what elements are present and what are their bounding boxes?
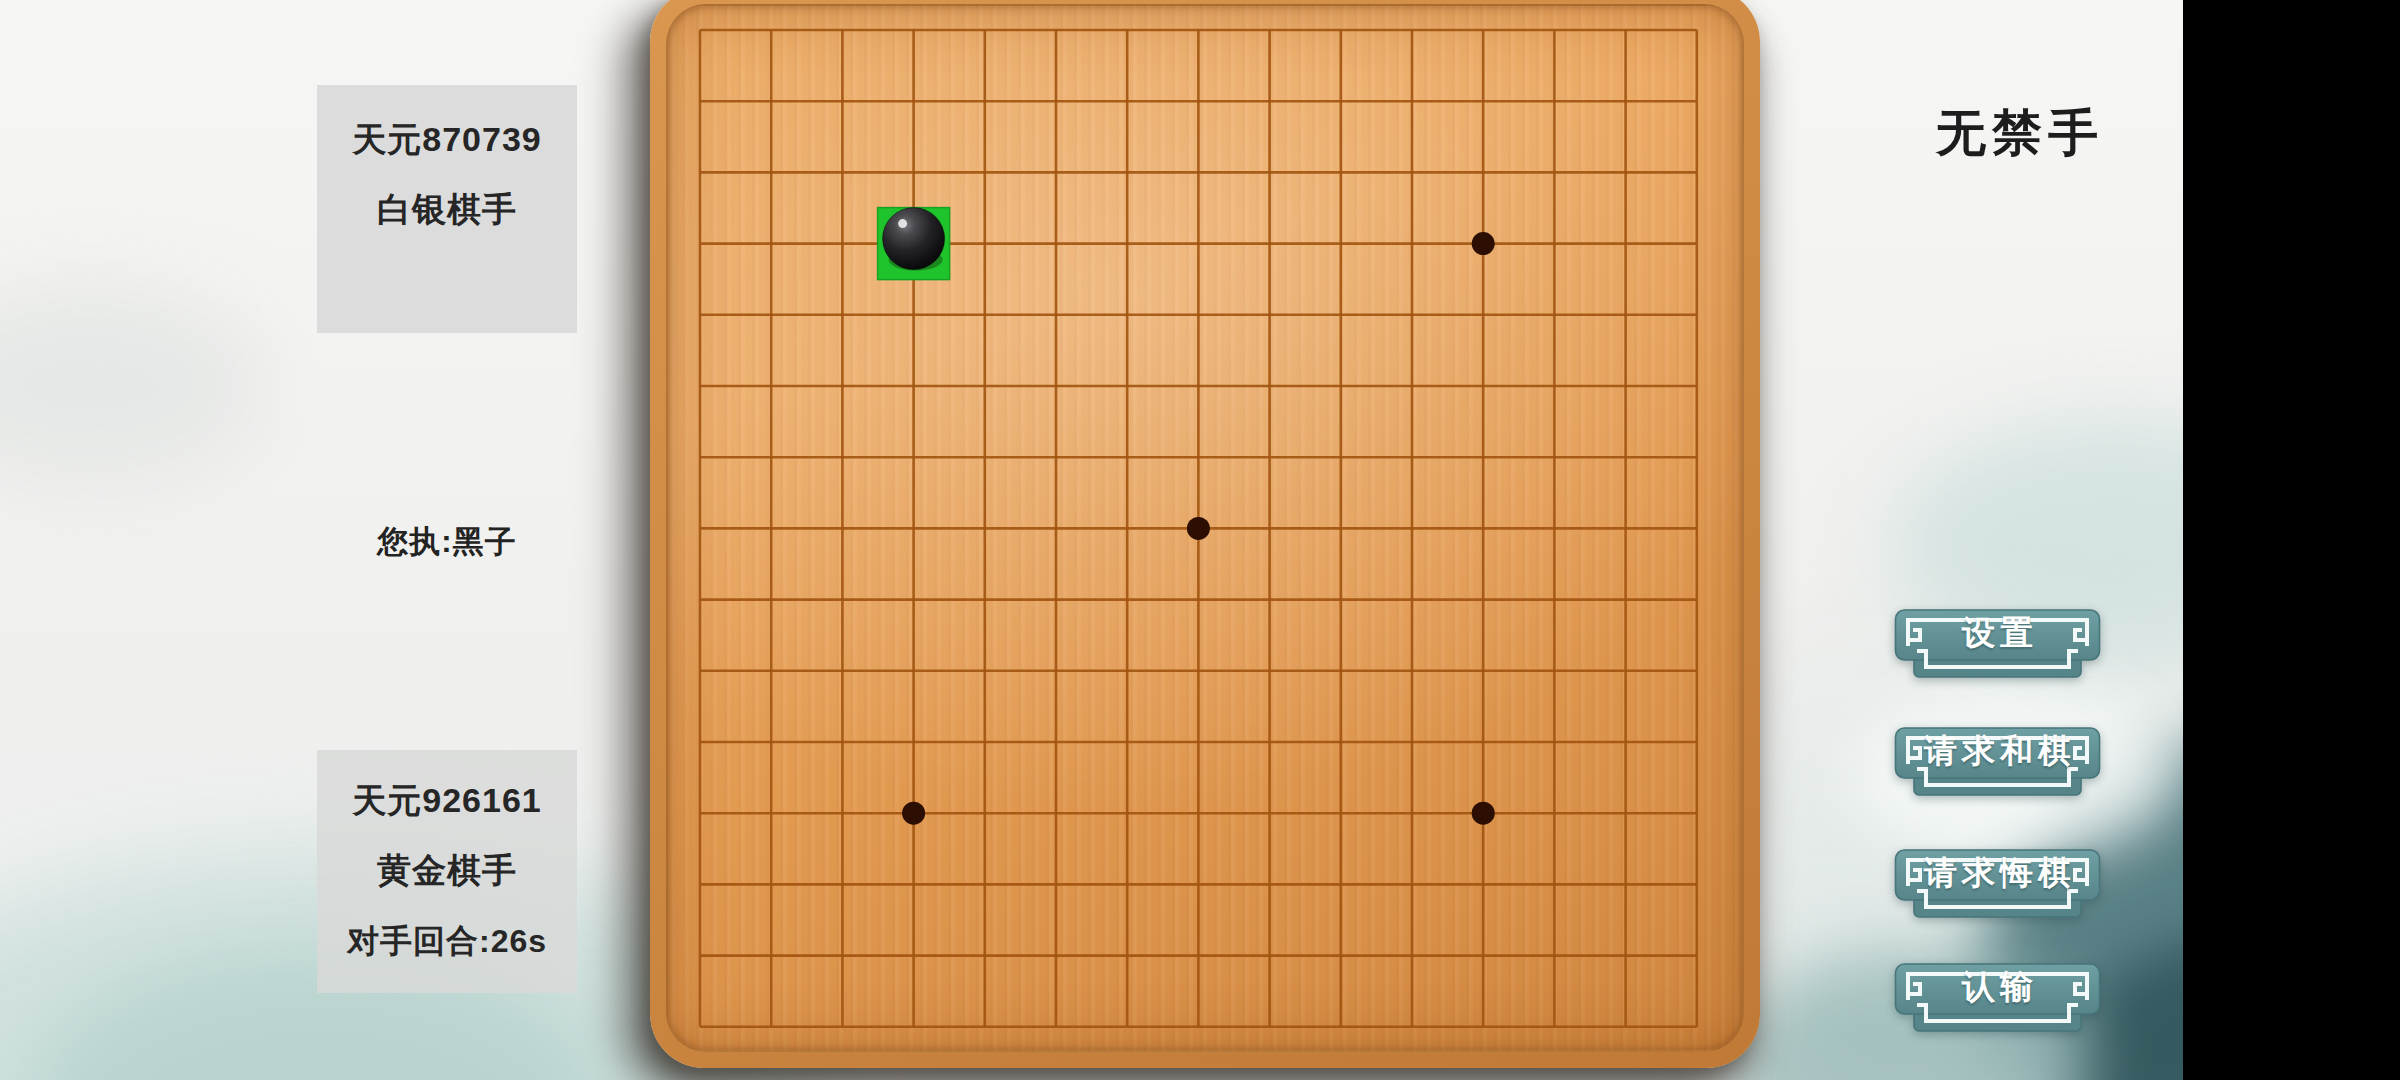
your-color-label: 您执:黑子 bbox=[317, 521, 577, 563]
resign-button-label: 认输 bbox=[1893, 961, 2102, 1013]
game-screen: 天元870739 白银棋手 您执:黑子 天元926161 黄金棋手 对手回合:2… bbox=[0, 0, 2400, 1080]
board-grid bbox=[650, 0, 1760, 1068]
player-bottom-id: 天元926161 bbox=[317, 750, 577, 824]
player-panel-top: 天元870739 白银棋手 bbox=[317, 85, 577, 333]
request-draw-button[interactable]: 请求和棋 bbox=[1893, 723, 2102, 799]
player-bottom-rank: 黄金棋手 bbox=[317, 848, 577, 894]
request-undo-button-label: 请求悔棋 bbox=[1893, 847, 2102, 899]
letterbox-bar bbox=[2183, 0, 2400, 1080]
ink-mountain-left-mist bbox=[0, 290, 260, 480]
resign-button[interactable]: 认输 bbox=[1893, 959, 2102, 1035]
request-undo-button[interactable]: 请求悔棋 bbox=[1893, 845, 2102, 921]
player-panel-bottom: 天元926161 黄金棋手 对手回合:26s bbox=[317, 750, 577, 993]
player-top-rank: 白银棋手 bbox=[317, 187, 577, 233]
rule-banner: 无禁手 bbox=[1860, 100, 2180, 167]
request-draw-button-label: 请求和棋 bbox=[1893, 725, 2102, 777]
opponent-turn-timer: 对手回合:26s bbox=[317, 920, 577, 964]
settings-button-label: 设置 bbox=[1893, 607, 2102, 659]
player-top-id: 天元870739 bbox=[317, 85, 577, 163]
go-board[interactable] bbox=[650, 0, 1760, 1068]
settings-button[interactable]: 设置 bbox=[1893, 605, 2102, 681]
